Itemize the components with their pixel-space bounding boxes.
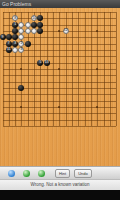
status-bar: Wrong. Not a known variation xyxy=(0,179,120,190)
status-message: Wrong. Not a known variation xyxy=(31,182,90,187)
white-stone[interactable] xyxy=(18,22,24,28)
white-stone-4[interactable]: 4 xyxy=(18,47,24,53)
white-stone[interactable] xyxy=(18,34,24,40)
go-board[interactable]: 8101129732114513 xyxy=(0,8,120,166)
black-stone[interactable] xyxy=(12,34,18,40)
white-stone[interactable] xyxy=(25,22,31,28)
black-stone-7[interactable]: 7 xyxy=(6,41,12,47)
black-stone-13[interactable]: 13 xyxy=(44,60,50,66)
white-stone-10[interactable]: 10 xyxy=(31,15,37,21)
white-stone[interactable] xyxy=(12,47,18,53)
white-stone[interactable] xyxy=(31,28,37,34)
black-stone-1[interactable]: 1 xyxy=(12,22,18,28)
bottom-strip xyxy=(0,190,120,200)
black-stone-9[interactable]: 9 xyxy=(0,34,6,40)
undo-button[interactable]: Undo xyxy=(74,169,92,178)
black-stone[interactable] xyxy=(37,28,43,34)
black-stone[interactable] xyxy=(18,85,24,91)
app-title: Go Problems xyxy=(2,1,31,7)
bottom-toolbar: Hint Undo xyxy=(0,166,120,179)
white-stone-2[interactable]: 2 xyxy=(18,41,24,47)
black-stone-5[interactable]: 5 xyxy=(37,60,43,66)
black-stone-11[interactable]: 11 xyxy=(6,47,12,53)
black-stone[interactable] xyxy=(31,22,37,28)
black-stone[interactable] xyxy=(12,28,18,34)
black-stone[interactable] xyxy=(37,22,43,28)
black-stone[interactable] xyxy=(6,34,12,40)
black-stone[interactable] xyxy=(37,15,43,21)
white-stone[interactable] xyxy=(18,28,24,34)
white-stone-12[interactable]: 12 xyxy=(63,28,69,34)
white-stone[interactable] xyxy=(25,28,31,34)
black-stone[interactable] xyxy=(25,41,31,47)
next-icon[interactable] xyxy=(38,170,45,177)
prev-icon[interactable] xyxy=(23,170,30,177)
hint-button[interactable]: Hint xyxy=(55,169,70,178)
white-stone-8[interactable]: 8 xyxy=(12,15,18,21)
info-icon[interactable] xyxy=(8,170,15,177)
black-stone-3[interactable]: 3 xyxy=(12,41,18,47)
title-bar: Go Problems xyxy=(0,0,120,8)
